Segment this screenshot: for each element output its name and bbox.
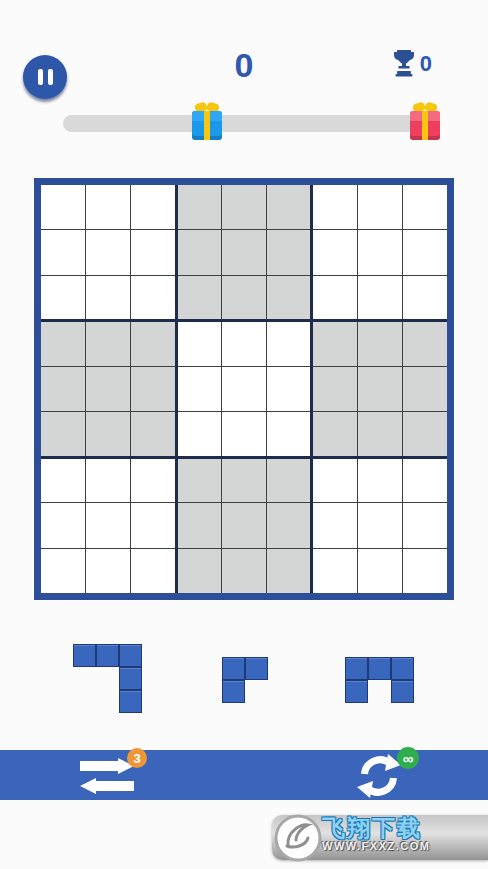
piece-tray-2[interactable] <box>222 657 268 703</box>
board-cell-r4c9[interactable] <box>403 321 447 365</box>
board-cell-r4c6[interactable] <box>267 321 311 365</box>
board-cell-r6c3[interactable] <box>131 412 175 456</box>
piece-block[interactable] <box>368 657 391 680</box>
board-cell-r6c1[interactable] <box>41 412 85 456</box>
board-cell-r3c2[interactable] <box>86 276 130 320</box>
board-cell-r5c2[interactable] <box>86 367 130 411</box>
board-cell-r2c8[interactable] <box>358 230 402 274</box>
refresh-icon <box>357 754 401 798</box>
box-separator <box>41 456 447 459</box>
board-cell-r5c4[interactable] <box>177 367 221 411</box>
board-cell-r3c9[interactable] <box>403 276 447 320</box>
board-cell-r7c5[interactable] <box>222 458 266 502</box>
board-cell-r1c8[interactable] <box>358 185 402 229</box>
game-screen: 0 0 <box>0 0 488 869</box>
piece-gap <box>368 680 391 703</box>
board-cell-r7c4[interactable] <box>177 458 221 502</box>
piece-block[interactable] <box>345 657 368 680</box>
board-cell-r5c3[interactable] <box>131 367 175 411</box>
board-cell-r2c2[interactable] <box>86 230 130 274</box>
piece-gap <box>96 690 119 713</box>
board-cell-r8c9[interactable] <box>403 503 447 547</box>
box-separator <box>310 185 313 593</box>
piece-block[interactable] <box>391 680 414 703</box>
board-cell-r5c1[interactable] <box>41 367 85 411</box>
trophy-icon <box>394 50 414 77</box>
watermark-logo-icon <box>273 813 323 863</box>
board-cell-r5c6[interactable] <box>267 367 311 411</box>
board-cell-r3c5[interactable] <box>222 276 266 320</box>
bottom-toolbar: 3 ∞ <box>0 750 488 800</box>
board-cell-r2c4[interactable] <box>177 230 221 274</box>
board-cell-r9c8[interactable] <box>358 549 402 593</box>
board-cell-r2c1[interactable] <box>41 230 85 274</box>
board-cell-r9c3[interactable] <box>131 549 175 593</box>
board-cell-r8c1[interactable] <box>41 503 85 547</box>
board-cell-r1c1[interactable] <box>41 185 85 229</box>
board-cell-r5c8[interactable] <box>358 367 402 411</box>
gift-blue-icon <box>192 103 222 140</box>
board-cell-r8c8[interactable] <box>358 503 402 547</box>
board-cell-r3c4[interactable] <box>177 276 221 320</box>
board-cell-r4c7[interactable] <box>312 321 356 365</box>
board-cell-r1c4[interactable] <box>177 185 221 229</box>
piece-block[interactable] <box>119 644 142 667</box>
swap-pieces-button[interactable]: 3 <box>70 750 162 800</box>
piece-block[interactable] <box>119 667 142 690</box>
board-cell-r5c9[interactable] <box>403 367 447 411</box>
board-cell-r7c6[interactable] <box>267 458 311 502</box>
board-cell-r7c1[interactable] <box>41 458 85 502</box>
board-cell-r1c9[interactable] <box>403 185 447 229</box>
board-cell-r2c7[interactable] <box>312 230 356 274</box>
board-cell-r8c5[interactable] <box>222 503 266 547</box>
gift-red-icon <box>410 103 440 140</box>
board-cell-r3c7[interactable] <box>312 276 356 320</box>
piece-block[interactable] <box>345 680 368 703</box>
board-cell-r6c2[interactable] <box>86 412 130 456</box>
board-cell-r6c4[interactable] <box>177 412 221 456</box>
board-cell-r5c7[interactable] <box>312 367 356 411</box>
board-cell-r9c6[interactable] <box>267 549 311 593</box>
piece-block[interactable] <box>222 680 245 703</box>
gift-ribbon <box>204 111 210 140</box>
board-cell-r7c3[interactable] <box>131 458 175 502</box>
refresh-pieces-button[interactable]: ∞ <box>350 750 434 800</box>
board-cell-r3c3[interactable] <box>131 276 175 320</box>
swap-arrows-icon <box>78 758 136 794</box>
box-separator <box>175 185 178 593</box>
piece-gap <box>73 667 96 690</box>
board-cell-r4c1[interactable] <box>41 321 85 365</box>
board-cell-r7c2[interactable] <box>86 458 130 502</box>
piece-tray-1[interactable] <box>73 644 142 713</box>
swap-count-badge: 3 <box>127 748 147 768</box>
board-cell-r4c3[interactable] <box>131 321 175 365</box>
board-grid <box>41 185 447 593</box>
board-cell-r3c1[interactable] <box>41 276 85 320</box>
sudoku-board <box>34 178 454 600</box>
board-cell-r5c5[interactable] <box>222 367 266 411</box>
board-cell-r4c5[interactable] <box>222 321 266 365</box>
piece-block[interactable] <box>96 644 119 667</box>
board-cell-r8c2[interactable] <box>86 503 130 547</box>
watermark-url: WWW.FXXZ.COM <box>322 840 488 852</box>
board-cell-r6c8[interactable] <box>358 412 402 456</box>
piece-gap <box>96 667 119 690</box>
board-cell-r7c7[interactable] <box>312 458 356 502</box>
piece-gap <box>73 690 96 713</box>
box-separator <box>41 319 447 322</box>
board-cell-r1c7[interactable] <box>312 185 356 229</box>
board-cell-r4c2[interactable] <box>86 321 130 365</box>
piece-tray-3[interactable] <box>345 657 414 703</box>
piece-block[interactable] <box>245 657 268 680</box>
board-cell-r4c8[interactable] <box>358 321 402 365</box>
board-cell-r1c6[interactable] <box>267 185 311 229</box>
piece-block[interactable] <box>222 657 245 680</box>
gift-ribbon <box>422 111 428 140</box>
board-cell-r8c6[interactable] <box>267 503 311 547</box>
board-cell-r9c9[interactable] <box>403 549 447 593</box>
trophy-counter: 0 <box>394 50 432 77</box>
piece-block[interactable] <box>73 644 96 667</box>
board-cell-r4c4[interactable] <box>177 321 221 365</box>
watermark: 飞翔下载 WWW.FXXZ.COM <box>272 815 488 860</box>
board-cell-r2c9[interactable] <box>403 230 447 274</box>
board-cell-r1c3[interactable] <box>131 185 175 229</box>
board-cell-r8c4[interactable] <box>177 503 221 547</box>
board-cell-r2c6[interactable] <box>267 230 311 274</box>
refresh-count-badge: ∞ <box>397 747 419 769</box>
board-cell-r8c7[interactable] <box>312 503 356 547</box>
board-cell-r9c2[interactable] <box>86 549 130 593</box>
board-cell-r1c2[interactable] <box>86 185 130 229</box>
piece-gap <box>245 680 268 703</box>
board-cell-r6c9[interactable] <box>403 412 447 456</box>
trophy-count: 0 <box>420 51 432 77</box>
progress-bar <box>63 115 437 132</box>
board-cell-r8c3[interactable] <box>131 503 175 547</box>
board-cell-r1c5[interactable] <box>222 185 266 229</box>
board-cell-r3c8[interactable] <box>358 276 402 320</box>
board-cell-r9c5[interactable] <box>222 549 266 593</box>
watermark-title: 飞翔下载 <box>322 816 488 840</box>
piece-block[interactable] <box>119 690 142 713</box>
board-cell-r9c7[interactable] <box>312 549 356 593</box>
board-cell-r7c9[interactable] <box>403 458 447 502</box>
board-cell-r2c3[interactable] <box>131 230 175 274</box>
piece-block[interactable] <box>391 657 414 680</box>
board-cell-r7c8[interactable] <box>358 458 402 502</box>
board-cell-r3c6[interactable] <box>267 276 311 320</box>
board-cell-r6c5[interactable] <box>222 412 266 456</box>
board-cell-r6c6[interactable] <box>267 412 311 456</box>
board-cell-r2c5[interactable] <box>222 230 266 274</box>
board-cell-r6c7[interactable] <box>312 412 356 456</box>
board-cell-r9c4[interactable] <box>177 549 221 593</box>
board-cell-r9c1[interactable] <box>41 549 85 593</box>
